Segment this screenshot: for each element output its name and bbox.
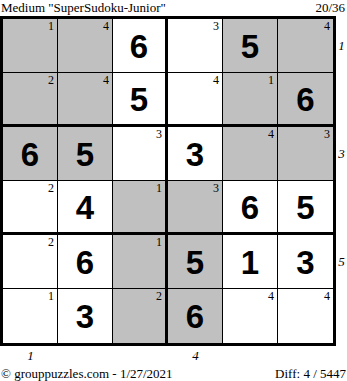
solved-digit: 5: [241, 29, 259, 62]
solved-digit: 5: [296, 190, 314, 223]
cell-r5c2[interactable]: 6: [58, 235, 113, 289]
solved-digit: 5: [76, 137, 94, 170]
cell-r1c5[interactable]: 5: [223, 19, 278, 73]
cell-r4c2[interactable]: 4: [58, 181, 113, 235]
cell-r4c5[interactable]: 6: [223, 181, 278, 235]
pencil-mark: 2: [48, 181, 54, 195]
progress-counter: 20/36: [315, 1, 345, 14]
cell-r3c3[interactable]: 3: [113, 127, 168, 181]
cell-r6c1[interactable]: 1: [3, 289, 58, 343]
pencil-mark: 1: [48, 289, 54, 303]
pencil-mark: 3: [324, 127, 330, 141]
col-label-1: 1: [3, 349, 58, 364]
footer-bar: © grouppuzzles.com - 1/27/2021 Diff: 4 /…: [0, 364, 347, 381]
pencil-mark: 2: [48, 73, 54, 87]
cell-r3c6[interactable]: 3: [278, 127, 333, 181]
cell-r1c4[interactable]: 3: [168, 19, 223, 73]
board-row: 146354245416653343241365261513132644 135: [0, 16, 347, 346]
pencil-mark: 4: [213, 73, 219, 87]
sudoku-board: 146354245416653343241365261513132644: [0, 16, 336, 346]
solved-digit: 3: [186, 137, 204, 170]
cell-r1c2[interactable]: 4: [58, 19, 113, 73]
copyright-text: © grouppuzzles.com - 1/27/2021: [1, 366, 173, 381]
pencil-mark: 4: [324, 289, 330, 303]
cell-r4c3[interactable]: 1: [113, 181, 168, 235]
puzzle-title: Medium "SuperSudoku-Junior": [1, 1, 166, 14]
puzzle-page: Medium "SuperSudoku-Junior" 20/36 146354…: [0, 0, 347, 381]
col-label-2: [58, 349, 113, 364]
cell-r6c6[interactable]: 4: [278, 289, 333, 343]
cell-r1c3[interactable]: 6: [113, 19, 168, 73]
cell-r2c2[interactable]: 4: [58, 73, 113, 127]
cell-r5c4[interactable]: 5: [168, 235, 223, 289]
pencil-mark: 4: [103, 73, 109, 87]
pencil-mark: 1: [48, 19, 54, 33]
col-label-6: [278, 349, 333, 364]
row-label-2: [336, 73, 347, 127]
pencil-mark: 1: [268, 73, 274, 87]
cell-r2c6[interactable]: 6: [278, 73, 333, 127]
cell-r4c6[interactable]: 5: [278, 181, 333, 235]
pencil-mark: 3: [213, 181, 219, 195]
cell-r6c4[interactable]: 6: [168, 289, 223, 343]
cell-r2c4[interactable]: 4: [168, 73, 223, 127]
cell-r6c5[interactable]: 4: [223, 289, 278, 343]
cell-r4c4[interactable]: 3: [168, 181, 223, 235]
cell-r5c1[interactable]: 2: [3, 235, 58, 289]
cell-r6c2[interactable]: 3: [58, 289, 113, 343]
solved-digit: 3: [296, 245, 314, 278]
solved-digit: 6: [241, 190, 259, 223]
cell-r5c6[interactable]: 3: [278, 235, 333, 289]
col-label-3: [113, 349, 168, 364]
pencil-mark: 4: [268, 127, 274, 141]
cell-r4c1[interactable]: 2: [3, 181, 58, 235]
cell-r5c3[interactable]: 1: [113, 235, 168, 289]
cell-r3c1[interactable]: 6: [3, 127, 58, 181]
pencil-mark: 2: [156, 289, 162, 303]
difficulty-text: Diff: 4 / 5447: [275, 366, 346, 381]
column-labels: 14: [3, 349, 347, 364]
row-label-5: 5: [336, 235, 347, 289]
solved-digit: 5: [186, 245, 204, 278]
solved-digit: 1: [241, 245, 259, 278]
pencil-mark: 3: [156, 127, 162, 141]
pencil-mark: 4: [268, 289, 274, 303]
pencil-mark: 2: [48, 235, 54, 249]
solved-digit: 4: [76, 190, 94, 223]
cell-r6c3[interactable]: 2: [113, 289, 168, 343]
cell-r3c4[interactable]: 3: [168, 127, 223, 181]
cell-r1c1[interactable]: 1: [3, 19, 58, 73]
cell-r1c6[interactable]: 4: [278, 19, 333, 73]
cell-r5c5[interactable]: 1: [223, 235, 278, 289]
solved-digit: 3: [76, 300, 94, 333]
col-label-5: [223, 349, 278, 364]
row-label-4: [336, 181, 347, 235]
pencil-mark: 1: [156, 181, 162, 195]
solved-digit: 6: [296, 82, 314, 115]
solved-digit: 6: [76, 245, 94, 278]
cell-r2c3[interactable]: 5: [113, 73, 168, 127]
col-label-4: 4: [168, 349, 223, 364]
solved-digit: 5: [130, 82, 148, 115]
header-bar: Medium "SuperSudoku-Junior" 20/36: [0, 0, 347, 16]
pencil-mark: 4: [324, 19, 330, 33]
pencil-mark: 4: [103, 19, 109, 33]
row-label-6: [336, 289, 347, 343]
cell-r3c5[interactable]: 4: [223, 127, 278, 181]
pencil-mark: 3: [213, 19, 219, 33]
row-label-1: 1: [336, 19, 347, 73]
solved-digit: 6: [186, 300, 204, 333]
cell-r3c2[interactable]: 5: [58, 127, 113, 181]
solved-digit: 6: [130, 29, 148, 62]
cell-r2c5[interactable]: 1: [223, 73, 278, 127]
pencil-mark: 1: [156, 235, 162, 249]
row-labels: 135: [336, 16, 347, 343]
cell-r2c1[interactable]: 2: [3, 73, 58, 127]
row-label-3: 3: [336, 127, 347, 181]
solved-digit: 6: [21, 137, 39, 170]
